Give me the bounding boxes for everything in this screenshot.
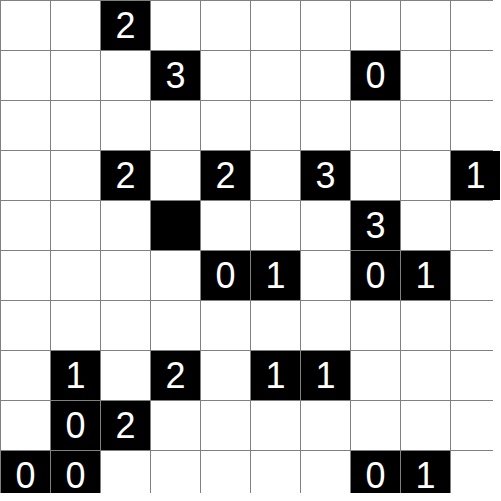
white-cell-r3c0[interactable]	[1, 151, 50, 200]
white-cell-r1c9[interactable]	[451, 51, 500, 100]
white-cell-r0c6[interactable]	[301, 1, 350, 50]
white-cell-r6c3[interactable]	[151, 301, 200, 350]
clue-cell-r9c1: 0	[51, 451, 100, 493]
white-cell-r2c8[interactable]	[401, 101, 450, 150]
white-cell-r7c4[interactable]	[201, 351, 250, 400]
clue-cell-r5c4: 0	[201, 251, 250, 300]
white-cell-r6c6[interactable]	[301, 301, 350, 350]
white-cell-r4c0[interactable]	[1, 201, 50, 250]
white-cell-r5c6[interactable]	[301, 251, 350, 300]
white-cell-r2c7[interactable]	[351, 101, 400, 150]
white-cell-r9c6[interactable]	[301, 451, 350, 493]
clue-cell-r8c1: 0	[51, 401, 100, 450]
white-cell-r7c8[interactable]	[401, 351, 450, 400]
white-cell-r8c3[interactable]	[151, 401, 200, 450]
white-cell-r5c2[interactable]	[101, 251, 150, 300]
white-cell-r5c1[interactable]	[51, 251, 100, 300]
white-cell-r0c5[interactable]	[251, 1, 300, 50]
clue-cell-r3c6: 3	[301, 151, 350, 200]
white-cell-r4c1[interactable]	[51, 201, 100, 250]
clue-cell-r3c4: 2	[201, 151, 250, 200]
white-cell-r6c8[interactable]	[401, 301, 450, 350]
white-cell-r8c5[interactable]	[251, 401, 300, 450]
white-cell-r1c0[interactable]	[1, 51, 50, 100]
white-cell-r9c9[interactable]	[451, 451, 500, 493]
white-cell-r7c7[interactable]	[351, 351, 400, 400]
white-cell-r6c7[interactable]	[351, 301, 400, 350]
clue-cell-r1c7: 0	[351, 51, 400, 100]
white-cell-r6c2[interactable]	[101, 301, 150, 350]
white-cell-r1c8[interactable]	[401, 51, 450, 100]
white-cell-r4c6[interactable]	[301, 201, 350, 250]
white-cell-r5c3[interactable]	[151, 251, 200, 300]
white-cell-r4c8[interactable]	[401, 201, 450, 250]
white-cell-r7c0[interactable]	[1, 351, 50, 400]
white-cell-r0c7[interactable]	[351, 1, 400, 50]
white-cell-r4c5[interactable]	[251, 201, 300, 250]
clue-cell-r9c8: 1	[401, 451, 450, 493]
clue-cell-r1c3: 3	[151, 51, 200, 100]
white-cell-r8c8[interactable]	[401, 401, 450, 450]
white-cell-r6c0[interactable]	[1, 301, 50, 350]
white-cell-r0c8[interactable]	[401, 1, 450, 50]
white-cell-r2c4[interactable]	[201, 101, 250, 150]
white-cell-r4c2[interactable]	[101, 201, 150, 250]
white-cell-r6c4[interactable]	[201, 301, 250, 350]
clue-cell-r3c9: 1	[451, 151, 500, 200]
white-cell-r2c6[interactable]	[301, 101, 350, 150]
clue-cell-r7c6: 1	[301, 351, 350, 400]
white-cell-r1c4[interactable]	[201, 51, 250, 100]
white-cell-r2c2[interactable]	[101, 101, 150, 150]
white-cell-r3c3[interactable]	[151, 151, 200, 200]
white-cell-r7c2[interactable]	[101, 351, 150, 400]
clue-cell-r8c2: 2	[101, 401, 150, 450]
white-cell-r8c6[interactable]	[301, 401, 350, 450]
white-cell-r1c5[interactable]	[251, 51, 300, 100]
white-cell-r2c3[interactable]	[151, 101, 200, 150]
white-cell-r8c9[interactable]	[451, 401, 500, 450]
white-cell-r0c4[interactable]	[201, 1, 250, 50]
white-cell-r3c1[interactable]	[51, 151, 100, 200]
white-cell-r8c0[interactable]	[1, 401, 50, 450]
clue-cell-r3c2: 2	[101, 151, 150, 200]
clue-cell-r5c5: 1	[251, 251, 300, 300]
white-cell-r3c5[interactable]	[251, 151, 300, 200]
white-cell-r7c9[interactable]	[451, 351, 500, 400]
white-cell-r6c9[interactable]	[451, 301, 500, 350]
white-cell-r1c6[interactable]	[301, 51, 350, 100]
white-cell-r9c4[interactable]	[201, 451, 250, 493]
white-cell-r3c7[interactable]	[351, 151, 400, 200]
white-cell-r4c4[interactable]	[201, 201, 250, 250]
white-cell-r0c9[interactable]	[451, 1, 500, 50]
white-cell-r2c0[interactable]	[1, 101, 50, 150]
akari-board: 2302231301011211020001	[0, 0, 493, 493]
white-cell-r0c0[interactable]	[1, 1, 50, 50]
white-cell-r8c7[interactable]	[351, 401, 400, 450]
white-cell-r9c5[interactable]	[251, 451, 300, 493]
white-cell-r6c5[interactable]	[251, 301, 300, 350]
white-cell-r5c0[interactable]	[1, 251, 50, 300]
white-cell-r3c8[interactable]	[401, 151, 450, 200]
white-cell-r5c9[interactable]	[451, 251, 500, 300]
white-cell-r4c9[interactable]	[451, 201, 500, 250]
clue-cell-r7c5: 1	[251, 351, 300, 400]
clue-cell-r0c2: 2	[101, 1, 150, 50]
white-cell-r2c5[interactable]	[251, 101, 300, 150]
white-cell-r9c3[interactable]	[151, 451, 200, 493]
white-cell-r8c4[interactable]	[201, 401, 250, 450]
white-cell-r6c1[interactable]	[51, 301, 100, 350]
clue-cell-r9c0: 0	[1, 451, 50, 493]
clue-cell-r5c8: 1	[401, 251, 450, 300]
black-cell-r4c3	[151, 201, 200, 250]
white-cell-r2c9[interactable]	[451, 101, 500, 150]
white-cell-r1c2[interactable]	[101, 51, 150, 100]
clue-cell-r7c3: 2	[151, 351, 200, 400]
clue-cell-r5c7: 0	[351, 251, 400, 300]
white-cell-r1c1[interactable]	[51, 51, 100, 100]
clue-cell-r7c1: 1	[51, 351, 100, 400]
white-cell-r9c2[interactable]	[101, 451, 150, 493]
white-cell-r0c1[interactable]	[51, 1, 100, 50]
white-cell-r2c1[interactable]	[51, 101, 100, 150]
clue-cell-r9c7: 0	[351, 451, 400, 493]
clue-cell-r4c7: 3	[351, 201, 400, 250]
white-cell-r0c3[interactable]	[151, 1, 200, 50]
